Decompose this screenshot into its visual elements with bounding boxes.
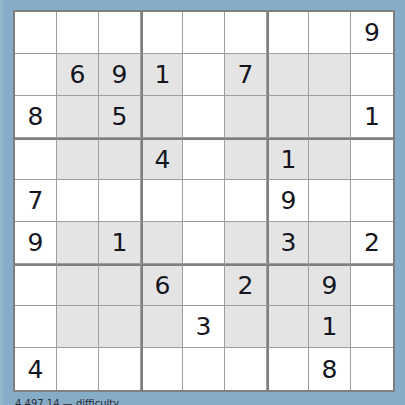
cell-r5c7[interactable]: 9: [267, 180, 309, 222]
cell-r1c8[interactable]: [309, 12, 351, 54]
cell-r7c1[interactable]: [15, 264, 57, 306]
cell-r2c4[interactable]: 1: [141, 54, 183, 96]
cell-r4c4[interactable]: 4: [141, 138, 183, 180]
cell-r4c7[interactable]: 1: [267, 138, 309, 180]
cell-r4c3[interactable]: [99, 138, 141, 180]
sudoku-board: 96917851417991326293148: [13, 10, 395, 392]
cell-r1c2[interactable]: [57, 12, 99, 54]
cell-r7c2[interactable]: [57, 264, 99, 306]
cell-r2c3[interactable]: 9: [99, 54, 141, 96]
cell-r1c6[interactable]: [225, 12, 267, 54]
cell-r2c7[interactable]: [267, 54, 309, 96]
cell-r6c7[interactable]: 3: [267, 222, 309, 264]
cell-r3c4[interactable]: [141, 96, 183, 138]
cell-r6c1[interactable]: 9: [15, 222, 57, 264]
cell-r7c9[interactable]: [351, 264, 393, 306]
cell-r5c9[interactable]: [351, 180, 393, 222]
cell-r9c8[interactable]: 8: [309, 348, 351, 390]
cell-r1c5[interactable]: [183, 12, 225, 54]
cell-r2c9[interactable]: [351, 54, 393, 96]
cell-r2c2[interactable]: 6: [57, 54, 99, 96]
cell-r8c2[interactable]: [57, 306, 99, 348]
cell-r7c3[interactable]: [99, 264, 141, 306]
cell-r5c6[interactable]: [225, 180, 267, 222]
cell-r6c4[interactable]: [141, 222, 183, 264]
cell-r8c3[interactable]: [99, 306, 141, 348]
cell-r7c5[interactable]: [183, 264, 225, 306]
cell-r8c8[interactable]: 1: [309, 306, 351, 348]
cell-r3c9[interactable]: 1: [351, 96, 393, 138]
cell-r6c5[interactable]: [183, 222, 225, 264]
cell-r3c2[interactable]: [57, 96, 99, 138]
cell-r1c1[interactable]: [15, 12, 57, 54]
cell-r7c6[interactable]: 2: [225, 264, 267, 306]
cell-r9c1[interactable]: 4: [15, 348, 57, 390]
cell-r4c9[interactable]: [351, 138, 393, 180]
cell-r4c2[interactable]: [57, 138, 99, 180]
cell-r4c6[interactable]: [225, 138, 267, 180]
cell-r9c5[interactable]: [183, 348, 225, 390]
cell-r3c7[interactable]: [267, 96, 309, 138]
cell-r9c9[interactable]: [351, 348, 393, 390]
cell-r8c4[interactable]: [141, 306, 183, 348]
cell-r8c7[interactable]: [267, 306, 309, 348]
cell-r7c7[interactable]: [267, 264, 309, 306]
cell-r2c1[interactable]: [15, 54, 57, 96]
cell-r5c4[interactable]: [141, 180, 183, 222]
cell-r6c3[interactable]: 1: [99, 222, 141, 264]
cell-r5c3[interactable]: [99, 180, 141, 222]
cell-r6c2[interactable]: [57, 222, 99, 264]
cell-r2c6[interactable]: 7: [225, 54, 267, 96]
cell-r8c5[interactable]: 3: [183, 306, 225, 348]
cell-r8c9[interactable]: [351, 306, 393, 348]
cell-r3c1[interactable]: 8: [15, 96, 57, 138]
footer-caption-clipped: 4 497 14 — difficulty: [15, 398, 119, 405]
cell-r4c8[interactable]: [309, 138, 351, 180]
cell-r8c1[interactable]: [15, 306, 57, 348]
cell-r4c1[interactable]: [15, 138, 57, 180]
cell-r1c7[interactable]: [267, 12, 309, 54]
cell-r7c8[interactable]: 9: [309, 264, 351, 306]
cell-r1c3[interactable]: [99, 12, 141, 54]
cell-r9c4[interactable]: [141, 348, 183, 390]
cell-r9c2[interactable]: [57, 348, 99, 390]
cell-r3c8[interactable]: [309, 96, 351, 138]
cell-r3c3[interactable]: 5: [99, 96, 141, 138]
cell-r5c1[interactable]: 7: [15, 180, 57, 222]
cell-r6c8[interactable]: [309, 222, 351, 264]
cell-r9c7[interactable]: [267, 348, 309, 390]
cell-r2c5[interactable]: [183, 54, 225, 96]
cell-r1c9[interactable]: 9: [351, 12, 393, 54]
cell-r1c4[interactable]: [141, 12, 183, 54]
cell-r4c5[interactable]: [183, 138, 225, 180]
cell-r7c4[interactable]: 6: [141, 264, 183, 306]
cell-r5c2[interactable]: [57, 180, 99, 222]
cell-r5c5[interactable]: [183, 180, 225, 222]
cell-r3c5[interactable]: [183, 96, 225, 138]
window-frame: { "game": "sudoku (windoku / hyper-sudok…: [0, 0, 405, 405]
cell-r6c6[interactable]: [225, 222, 267, 264]
cell-r2c8[interactable]: [309, 54, 351, 96]
cell-r9c6[interactable]: [225, 348, 267, 390]
cell-r5c8[interactable]: [309, 180, 351, 222]
cell-r3c6[interactable]: [225, 96, 267, 138]
cell-r6c9[interactable]: 2: [351, 222, 393, 264]
cell-r8c6[interactable]: [225, 306, 267, 348]
cell-r9c3[interactable]: [99, 348, 141, 390]
